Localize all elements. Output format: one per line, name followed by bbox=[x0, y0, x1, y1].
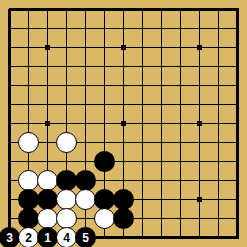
intersection-12-1[interactable] bbox=[209, 0, 228, 19]
intersection-9-6[interactable] bbox=[152, 95, 171, 114]
intersection-5-13[interactable]: 5 bbox=[76, 228, 95, 247]
intersection-13-2[interactable] bbox=[228, 19, 247, 38]
intersection-10-4[interactable] bbox=[171, 57, 190, 76]
intersection-11-4[interactable] bbox=[190, 57, 209, 76]
intersection-12-12[interactable] bbox=[209, 209, 228, 228]
intersection-10-12[interactable] bbox=[171, 209, 190, 228]
intersection-7-12[interactable] bbox=[114, 209, 133, 228]
intersection-4-8[interactable] bbox=[57, 133, 76, 152]
intersection-12-6[interactable] bbox=[209, 95, 228, 114]
black-stone-move-5: 5 bbox=[75, 227, 96, 247]
intersection-7-2[interactable] bbox=[114, 19, 133, 38]
intersection-5-10[interactable] bbox=[76, 171, 95, 190]
intersection-4-9[interactable] bbox=[57, 152, 76, 171]
black-stone bbox=[113, 189, 134, 210]
intersection-8-2[interactable] bbox=[133, 19, 152, 38]
intersection-6-10[interactable] bbox=[95, 171, 114, 190]
intersection-2-13[interactable]: 2 bbox=[19, 228, 38, 247]
intersection-7-9[interactable] bbox=[114, 152, 133, 171]
intersection-11-6[interactable] bbox=[190, 95, 209, 114]
intersection-9-12[interactable] bbox=[152, 209, 171, 228]
intersection-5-4[interactable] bbox=[76, 57, 95, 76]
intersection-13-5[interactable] bbox=[228, 76, 247, 95]
white-stone bbox=[56, 189, 77, 210]
intersection-8-7[interactable] bbox=[133, 114, 152, 133]
intersection-5-8[interactable] bbox=[76, 133, 95, 152]
intersection-5-11[interactable] bbox=[76, 190, 95, 209]
black-stone bbox=[75, 170, 96, 191]
intersection-1-11[interactable] bbox=[0, 190, 19, 209]
intersection-10-13[interactable] bbox=[171, 228, 190, 247]
white-stone bbox=[37, 208, 58, 229]
intersection-13-3[interactable] bbox=[228, 38, 247, 57]
intersection-2-11[interactable] bbox=[19, 190, 38, 209]
intersection-6-12[interactable] bbox=[95, 209, 114, 228]
hoshi-point bbox=[121, 121, 126, 126]
intersection-8-12[interactable] bbox=[133, 209, 152, 228]
intersection-12-2[interactable] bbox=[209, 19, 228, 38]
intersection-3-4[interactable] bbox=[38, 57, 57, 76]
intersection-10-5[interactable] bbox=[171, 76, 190, 95]
intersection-13-6[interactable] bbox=[228, 95, 247, 114]
intersection-9-1[interactable] bbox=[152, 0, 171, 19]
intersection-13-12[interactable] bbox=[228, 209, 247, 228]
intersection-3-7[interactable] bbox=[38, 114, 57, 133]
intersection-7-6[interactable] bbox=[114, 95, 133, 114]
intersection-10-10[interactable] bbox=[171, 171, 190, 190]
black-stone bbox=[56, 170, 77, 191]
intersection-9-2[interactable] bbox=[152, 19, 171, 38]
hoshi-point bbox=[45, 121, 50, 126]
intersection-12-5[interactable] bbox=[209, 76, 228, 95]
intersection-13-4[interactable] bbox=[228, 57, 247, 76]
intersection-4-4[interactable] bbox=[57, 57, 76, 76]
intersection-6-4[interactable] bbox=[95, 57, 114, 76]
intersection-4-1[interactable] bbox=[57, 0, 76, 19]
intersection-12-10[interactable] bbox=[209, 171, 228, 190]
intersection-8-11[interactable] bbox=[133, 190, 152, 209]
intersection-12-7[interactable] bbox=[209, 114, 228, 133]
intersection-13-1[interactable] bbox=[228, 0, 247, 19]
intersection-9-10[interactable] bbox=[152, 171, 171, 190]
intersection-1-13[interactable]: 3 bbox=[0, 228, 19, 247]
intersection-7-8[interactable] bbox=[114, 133, 133, 152]
intersection-4-3[interactable] bbox=[57, 38, 76, 57]
intersection-5-5[interactable] bbox=[76, 76, 95, 95]
intersection-13-11[interactable] bbox=[228, 190, 247, 209]
intersection-13-13[interactable] bbox=[228, 228, 247, 247]
intersection-2-3[interactable] bbox=[19, 38, 38, 57]
intersection-6-2[interactable] bbox=[95, 19, 114, 38]
intersection-9-11[interactable] bbox=[152, 190, 171, 209]
intersection-2-1[interactable] bbox=[19, 0, 38, 19]
intersection-8-9[interactable] bbox=[133, 152, 152, 171]
intersection-4-12[interactable] bbox=[57, 209, 76, 228]
intersection-3-6[interactable] bbox=[38, 95, 57, 114]
intersection-10-6[interactable] bbox=[171, 95, 190, 114]
black-stone bbox=[37, 189, 58, 210]
intersection-6-9[interactable] bbox=[95, 152, 114, 171]
intersection-9-13[interactable] bbox=[152, 228, 171, 247]
intersection-6-3[interactable] bbox=[95, 38, 114, 57]
intersection-7-7[interactable] bbox=[114, 114, 133, 133]
intersection-2-4[interactable] bbox=[19, 57, 38, 76]
intersection-2-6[interactable] bbox=[19, 95, 38, 114]
intersection-9-3[interactable] bbox=[152, 38, 171, 57]
intersection-2-12[interactable] bbox=[19, 209, 38, 228]
intersection-13-7[interactable] bbox=[228, 114, 247, 133]
intersection-7-4[interactable] bbox=[114, 57, 133, 76]
intersection-7-13[interactable] bbox=[114, 228, 133, 247]
intersection-1-12[interactable] bbox=[0, 209, 19, 228]
intersection-10-1[interactable] bbox=[171, 0, 190, 19]
intersection-4-13[interactable]: 4 bbox=[57, 228, 76, 247]
black-stone bbox=[18, 208, 39, 229]
intersection-1-3[interactable] bbox=[0, 38, 19, 57]
intersection-2-9[interactable] bbox=[19, 152, 38, 171]
intersection-5-2[interactable] bbox=[76, 19, 95, 38]
intersection-11-12[interactable] bbox=[190, 209, 209, 228]
intersection-11-7[interactable] bbox=[190, 114, 209, 133]
hoshi-point bbox=[197, 45, 202, 50]
white-stone bbox=[18, 132, 39, 153]
black-stone bbox=[94, 151, 115, 172]
intersection-6-6[interactable] bbox=[95, 95, 114, 114]
intersection-6-11[interactable] bbox=[95, 190, 114, 209]
white-stone bbox=[94, 208, 115, 229]
intersection-8-5[interactable] bbox=[133, 76, 152, 95]
intersection-5-12[interactable] bbox=[76, 209, 95, 228]
white-stone bbox=[56, 208, 77, 229]
intersection-3-3[interactable] bbox=[38, 38, 57, 57]
intersection-4-2[interactable] bbox=[57, 19, 76, 38]
intersection-7-10[interactable] bbox=[114, 171, 133, 190]
intersection-2-7[interactable] bbox=[19, 114, 38, 133]
intersection-9-5[interactable] bbox=[152, 76, 171, 95]
intersection-1-7[interactable] bbox=[0, 114, 19, 133]
intersection-12-9[interactable] bbox=[209, 152, 228, 171]
white-stone bbox=[37, 170, 58, 191]
intersection-8-6[interactable] bbox=[133, 95, 152, 114]
white-stone bbox=[75, 189, 96, 210]
intersection-2-10[interactable] bbox=[19, 171, 38, 190]
intersection-12-8[interactable] bbox=[209, 133, 228, 152]
intersection-12-3[interactable] bbox=[209, 38, 228, 57]
intersection-1-1[interactable] bbox=[0, 0, 19, 19]
intersection-10-9[interactable] bbox=[171, 152, 190, 171]
intersection-9-8[interactable] bbox=[152, 133, 171, 152]
intersection-5-9[interactable] bbox=[76, 152, 95, 171]
intersection-11-8[interactable] bbox=[190, 133, 209, 152]
intersection-3-2[interactable] bbox=[38, 19, 57, 38]
intersection-3-1[interactable] bbox=[38, 0, 57, 19]
intersection-3-12[interactable] bbox=[38, 209, 57, 228]
intersection-6-7[interactable] bbox=[95, 114, 114, 133]
intersection-12-11[interactable] bbox=[209, 190, 228, 209]
white-stone-move-4: 4 bbox=[56, 227, 77, 247]
black-stone bbox=[94, 189, 115, 210]
intersection-11-1[interactable] bbox=[190, 0, 209, 19]
intersection-3-9[interactable] bbox=[38, 152, 57, 171]
intersection-13-8[interactable] bbox=[228, 133, 247, 152]
white-stone-move-2: 2 bbox=[18, 227, 39, 247]
white-stone bbox=[18, 170, 39, 191]
intersection-10-7[interactable] bbox=[171, 114, 190, 133]
intersection-7-1[interactable] bbox=[114, 0, 133, 19]
intersection-1-2[interactable] bbox=[0, 19, 19, 38]
intersection-11-5[interactable] bbox=[190, 76, 209, 95]
intersection-10-11[interactable] bbox=[171, 190, 190, 209]
intersection-8-3[interactable] bbox=[133, 38, 152, 57]
hoshi-point bbox=[45, 45, 50, 50]
black-stone-move-3: 3 bbox=[0, 227, 20, 247]
intersection-1-6[interactable] bbox=[0, 95, 19, 114]
intersection-12-4[interactable] bbox=[209, 57, 228, 76]
intersection-9-4[interactable] bbox=[152, 57, 171, 76]
intersection-5-1[interactable] bbox=[76, 0, 95, 19]
intersection-11-13[interactable] bbox=[190, 228, 209, 247]
intersection-3-8[interactable] bbox=[38, 133, 57, 152]
intersection-1-10[interactable] bbox=[0, 171, 19, 190]
intersection-7-5[interactable] bbox=[114, 76, 133, 95]
hoshi-point bbox=[121, 45, 126, 50]
intersection-13-9[interactable] bbox=[228, 152, 247, 171]
intersection-4-10[interactable] bbox=[57, 171, 76, 190]
intersection-11-11[interactable] bbox=[190, 190, 209, 209]
intersection-1-9[interactable] bbox=[0, 152, 19, 171]
intersection-1-4[interactable] bbox=[0, 57, 19, 76]
intersection-2-8[interactable] bbox=[19, 133, 38, 152]
intersection-11-2[interactable] bbox=[190, 19, 209, 38]
intersection-4-5[interactable] bbox=[57, 76, 76, 95]
intersection-10-8[interactable] bbox=[171, 133, 190, 152]
intersection-4-7[interactable] bbox=[57, 114, 76, 133]
go-board: 32145 bbox=[0, 0, 247, 247]
intersection-6-1[interactable] bbox=[95, 0, 114, 19]
intersection-8-4[interactable] bbox=[133, 57, 152, 76]
intersection-13-10[interactable] bbox=[228, 171, 247, 190]
intersection-3-5[interactable] bbox=[38, 76, 57, 95]
intersection-3-11[interactable] bbox=[38, 190, 57, 209]
intersection-8-10[interactable] bbox=[133, 171, 152, 190]
intersection-10-2[interactable] bbox=[171, 19, 190, 38]
intersection-8-13[interactable] bbox=[133, 228, 152, 247]
intersection-9-7[interactable] bbox=[152, 114, 171, 133]
intersection-11-9[interactable] bbox=[190, 152, 209, 171]
intersection-8-1[interactable] bbox=[133, 0, 152, 19]
intersection-8-8[interactable] bbox=[133, 133, 152, 152]
intersection-2-5[interactable] bbox=[19, 76, 38, 95]
intersection-5-3[interactable] bbox=[76, 38, 95, 57]
hoshi-point bbox=[197, 121, 202, 126]
black-stone bbox=[18, 189, 39, 210]
intersection-10-3[interactable] bbox=[171, 38, 190, 57]
intersection-9-9[interactable] bbox=[152, 152, 171, 171]
intersection-2-2[interactable] bbox=[19, 19, 38, 38]
intersection-7-3[interactable] bbox=[114, 38, 133, 57]
intersection-7-11[interactable] bbox=[114, 190, 133, 209]
intersection-3-10[interactable] bbox=[38, 171, 57, 190]
hoshi-point bbox=[197, 197, 202, 202]
black-stone-move-1: 1 bbox=[37, 227, 58, 247]
intersection-11-10[interactable] bbox=[190, 171, 209, 190]
intersection-6-13[interactable] bbox=[95, 228, 114, 247]
black-stone bbox=[113, 208, 134, 229]
intersection-12-13[interactable] bbox=[209, 228, 228, 247]
intersection-4-11[interactable] bbox=[57, 190, 76, 209]
intersection-5-7[interactable] bbox=[76, 114, 95, 133]
intersection-1-5[interactable] bbox=[0, 76, 19, 95]
intersection-3-13[interactable]: 1 bbox=[38, 228, 57, 247]
intersection-6-8[interactable] bbox=[95, 133, 114, 152]
intersection-5-6[interactable] bbox=[76, 95, 95, 114]
white-stone bbox=[56, 132, 77, 153]
intersection-1-8[interactable] bbox=[0, 133, 19, 152]
intersection-6-5[interactable] bbox=[95, 76, 114, 95]
intersection-11-3[interactable] bbox=[190, 38, 209, 57]
intersection-4-6[interactable] bbox=[57, 95, 76, 114]
